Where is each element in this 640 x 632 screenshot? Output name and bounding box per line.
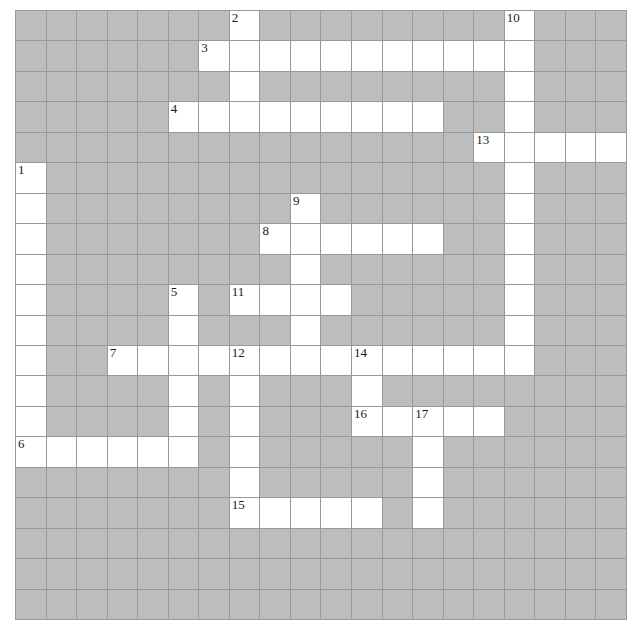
block-cell: [566, 41, 597, 71]
block-cell: [535, 316, 566, 346]
answer-cell[interactable]: [291, 346, 322, 376]
block-cell: [77, 102, 108, 132]
clue-number: 17: [415, 407, 428, 421]
block-cell: [16, 72, 47, 102]
answer-cell[interactable]: [505, 255, 536, 285]
answer-cell[interactable]: [321, 224, 352, 254]
block-cell: [566, 102, 597, 132]
answer-cell[interactable]: [291, 498, 322, 528]
answer-cell[interactable]: 13: [474, 133, 505, 163]
answer-cell[interactable]: [169, 376, 200, 406]
block-cell: [566, 590, 597, 620]
answer-cell[interactable]: [260, 498, 291, 528]
block-cell: [474, 437, 505, 467]
block-cell: [169, 468, 200, 498]
block-cell: [413, 559, 444, 589]
block-cell: [352, 11, 383, 41]
block-cell: [444, 163, 475, 193]
block-cell: [444, 133, 475, 163]
block-cell: [413, 133, 444, 163]
block-cell: [47, 376, 78, 406]
answer-cell[interactable]: [199, 346, 230, 376]
block-cell: [199, 163, 230, 193]
answer-cell[interactable]: [321, 498, 352, 528]
answer-cell[interactable]: [413, 346, 444, 376]
block-cell: [352, 72, 383, 102]
clue-number: 15: [232, 498, 245, 512]
block-cell: [535, 11, 566, 41]
block-cell: [138, 559, 169, 589]
block-cell: [383, 316, 414, 346]
block-cell: [413, 316, 444, 346]
answer-cell[interactable]: [199, 102, 230, 132]
block-cell: [199, 194, 230, 224]
block-cell: [535, 559, 566, 589]
answer-cell[interactable]: [444, 346, 475, 376]
answer-cell[interactable]: [47, 437, 78, 467]
block-cell: [383, 376, 414, 406]
block-cell: [16, 559, 47, 589]
answer-cell[interactable]: [321, 285, 352, 315]
block-cell: [260, 590, 291, 620]
answer-cell[interactable]: [413, 437, 444, 467]
block-cell: [566, 376, 597, 406]
block-cell: [260, 11, 291, 41]
block-cell: [566, 437, 597, 467]
answer-cell[interactable]: [321, 102, 352, 132]
block-cell: [169, 224, 200, 254]
block-cell: [444, 194, 475, 224]
answer-cell[interactable]: 17: [413, 407, 444, 437]
answer-cell[interactable]: [291, 224, 322, 254]
answer-cell[interactable]: [260, 346, 291, 376]
block-cell: [108, 376, 139, 406]
answer-cell[interactable]: [505, 194, 536, 224]
block-cell: [291, 468, 322, 498]
answer-cell[interactable]: [16, 407, 47, 437]
block-cell: [596, 316, 627, 346]
block-cell: [413, 285, 444, 315]
block-cell: [138, 255, 169, 285]
block-cell: [474, 72, 505, 102]
block-cell: [383, 194, 414, 224]
block-cell: [77, 376, 108, 406]
answer-cell[interactable]: [352, 41, 383, 71]
answer-cell[interactable]: [230, 407, 261, 437]
answer-cell[interactable]: [291, 255, 322, 285]
answer-cell[interactable]: [16, 224, 47, 254]
block-cell: [199, 72, 230, 102]
answer-cell[interactable]: [413, 102, 444, 132]
block-cell: [169, 194, 200, 224]
block-cell: [77, 498, 108, 528]
block-cell: [474, 224, 505, 254]
answer-cell[interactable]: [413, 224, 444, 254]
answer-cell[interactable]: [77, 437, 108, 467]
block-cell: [47, 72, 78, 102]
block-cell: [596, 11, 627, 41]
block-cell: [444, 590, 475, 620]
answer-cell[interactable]: 7: [108, 346, 139, 376]
answer-cell[interactable]: 15: [230, 498, 261, 528]
answer-cell[interactable]: 4: [169, 102, 200, 132]
answer-cell[interactable]: [260, 102, 291, 132]
block-cell: [169, 590, 200, 620]
block-cell: [535, 41, 566, 71]
clue-number: 12: [232, 346, 245, 360]
block-cell: [47, 559, 78, 589]
block-cell: [138, 102, 169, 132]
answer-cell[interactable]: [505, 316, 536, 346]
block-cell: [16, 11, 47, 41]
block-cell: [230, 316, 261, 346]
block-cell: [474, 468, 505, 498]
answer-cell[interactable]: [352, 102, 383, 132]
block-cell: [138, 224, 169, 254]
block-cell: [199, 133, 230, 163]
block-cell: [47, 316, 78, 346]
answer-cell[interactable]: [413, 468, 444, 498]
block-cell: [138, 194, 169, 224]
block-cell: [77, 194, 108, 224]
answer-cell[interactable]: 3: [199, 41, 230, 71]
block-cell: [566, 72, 597, 102]
answer-cell[interactable]: [16, 346, 47, 376]
block-cell: [291, 559, 322, 589]
block-cell: [138, 285, 169, 315]
block-cell: [474, 285, 505, 315]
block-cell: [230, 133, 261, 163]
block-cell: [474, 376, 505, 406]
block-cell: [260, 376, 291, 406]
block-cell: [47, 102, 78, 132]
answer-cell[interactable]: [138, 346, 169, 376]
answer-cell[interactable]: 6: [16, 437, 47, 467]
block-cell: [413, 376, 444, 406]
block-cell: [138, 468, 169, 498]
block-cell: [321, 376, 352, 406]
block-cell: [47, 407, 78, 437]
block-cell: [321, 163, 352, 193]
block-cell: [444, 285, 475, 315]
block-cell: [383, 437, 414, 467]
answer-cell[interactable]: [505, 133, 536, 163]
block-cell: [566, 316, 597, 346]
answer-cell[interactable]: [16, 255, 47, 285]
block-cell: [383, 529, 414, 559]
answer-cell[interactable]: [505, 163, 536, 193]
answer-cell[interactable]: [444, 41, 475, 71]
block-cell: [260, 529, 291, 559]
answer-cell[interactable]: [169, 346, 200, 376]
block-cell: [596, 376, 627, 406]
block-cell: [108, 102, 139, 132]
answer-cell[interactable]: 11: [230, 285, 261, 315]
answer-cell[interactable]: [230, 468, 261, 498]
block-cell: [596, 102, 627, 132]
block-cell: [535, 468, 566, 498]
block-cell: [108, 41, 139, 71]
block-cell: [352, 316, 383, 346]
answer-cell[interactable]: [230, 102, 261, 132]
answer-cell[interactable]: [352, 224, 383, 254]
block-cell: [444, 468, 475, 498]
block-cell: [47, 498, 78, 528]
block-cell: [566, 346, 597, 376]
answer-cell[interactable]: [260, 41, 291, 71]
answer-cell[interactable]: [444, 407, 475, 437]
block-cell: [291, 437, 322, 467]
clue-number: 8: [262, 224, 269, 238]
block-cell: [77, 11, 108, 41]
block-cell: [596, 255, 627, 285]
block-cell: [352, 468, 383, 498]
block-cell: [199, 437, 230, 467]
block-cell: [291, 590, 322, 620]
answer-cell[interactable]: [505, 346, 536, 376]
answer-cell[interactable]: [16, 316, 47, 346]
answer-cell[interactable]: [383, 346, 414, 376]
block-cell: [444, 102, 475, 132]
clue-number: 7: [110, 346, 117, 360]
answer-cell[interactable]: 14: [352, 346, 383, 376]
block-cell: [108, 11, 139, 41]
answer-cell[interactable]: 2: [230, 11, 261, 41]
block-cell: [169, 498, 200, 528]
block-cell: [444, 529, 475, 559]
answer-cell[interactable]: [16, 285, 47, 315]
block-cell: [291, 163, 322, 193]
answer-cell[interactable]: 12: [230, 346, 261, 376]
answer-cell[interactable]: 1: [16, 163, 47, 193]
block-cell: [291, 11, 322, 41]
answer-cell[interactable]: [505, 102, 536, 132]
block-cell: [596, 72, 627, 102]
answer-cell[interactable]: [383, 102, 414, 132]
block-cell: [138, 316, 169, 346]
block-cell: [47, 346, 78, 376]
block-cell: [566, 498, 597, 528]
answer-cell[interactable]: [230, 376, 261, 406]
block-cell: [352, 437, 383, 467]
block-cell: [16, 590, 47, 620]
answer-cell[interactable]: [291, 102, 322, 132]
answer-cell[interactable]: [291, 285, 322, 315]
block-cell: [47, 255, 78, 285]
clue-number: 1: [18, 163, 25, 177]
block-cell: [16, 529, 47, 559]
answer-cell[interactable]: [383, 41, 414, 71]
block-cell: [535, 437, 566, 467]
answer-cell[interactable]: [474, 407, 505, 437]
block-cell: [596, 559, 627, 589]
block-cell: [321, 316, 352, 346]
answer-cell[interactable]: [291, 316, 322, 346]
block-cell: [199, 224, 230, 254]
block-cell: [321, 72, 352, 102]
block-cell: [260, 407, 291, 437]
block-cell: [108, 163, 139, 193]
block-cell: [199, 255, 230, 285]
block-cell: [566, 529, 597, 559]
block-cell: [566, 255, 597, 285]
block-cell: [321, 590, 352, 620]
block-cell: [47, 11, 78, 41]
block-cell: [199, 529, 230, 559]
block-cell: [596, 346, 627, 376]
answer-cell[interactable]: [413, 41, 444, 71]
block-cell: [108, 498, 139, 528]
block-cell: [108, 529, 139, 559]
block-cell: [444, 11, 475, 41]
block-cell: [505, 498, 536, 528]
block-cell: [77, 316, 108, 346]
block-cell: [474, 163, 505, 193]
block-cell: [566, 407, 597, 437]
block-cell: [108, 133, 139, 163]
block-cell: [413, 11, 444, 41]
answer-cell[interactable]: [108, 437, 139, 467]
block-cell: [291, 72, 322, 102]
block-cell: [383, 133, 414, 163]
block-cell: [505, 407, 536, 437]
block-cell: [535, 255, 566, 285]
block-cell: [138, 498, 169, 528]
block-cell: [505, 468, 536, 498]
answer-cell[interactable]: 9: [291, 194, 322, 224]
block-cell: [199, 590, 230, 620]
answer-cell[interactable]: [291, 41, 322, 71]
block-cell: [474, 255, 505, 285]
block-cell: [169, 72, 200, 102]
block-cell: [230, 163, 261, 193]
block-cell: [108, 559, 139, 589]
block-cell: [444, 498, 475, 528]
block-cell: [291, 376, 322, 406]
block-cell: [535, 285, 566, 315]
answer-cell[interactable]: [16, 194, 47, 224]
answer-cell[interactable]: [321, 41, 352, 71]
block-cell: [566, 163, 597, 193]
answer-cell[interactable]: [505, 285, 536, 315]
block-cell: [199, 316, 230, 346]
block-cell: [352, 590, 383, 620]
answer-cell[interactable]: 8: [260, 224, 291, 254]
block-cell: [138, 41, 169, 71]
block-cell: [321, 11, 352, 41]
block-cell: [474, 559, 505, 589]
block-cell: [474, 194, 505, 224]
answer-cell[interactable]: [383, 407, 414, 437]
block-cell: [383, 498, 414, 528]
answer-cell[interactable]: [169, 437, 200, 467]
answer-cell[interactable]: 16: [352, 407, 383, 437]
block-cell: [47, 41, 78, 71]
answer-cell[interactable]: [413, 498, 444, 528]
answer-cell[interactable]: [352, 376, 383, 406]
block-cell: [444, 316, 475, 346]
answer-cell[interactable]: [505, 224, 536, 254]
block-cell: [596, 468, 627, 498]
block-cell: [535, 346, 566, 376]
block-cell: [260, 255, 291, 285]
block-cell: [169, 133, 200, 163]
block-cell: [474, 102, 505, 132]
block-cell: [474, 316, 505, 346]
block-cell: [230, 559, 261, 589]
answer-cell[interactable]: [138, 437, 169, 467]
clue-number: 2: [232, 11, 239, 25]
block-cell: [77, 41, 108, 71]
answer-cell[interactable]: [566, 133, 597, 163]
block-cell: [77, 224, 108, 254]
block-cell: [138, 11, 169, 41]
answer-cell[interactable]: [16, 376, 47, 406]
block-cell: [108, 468, 139, 498]
answer-cell[interactable]: [169, 316, 200, 346]
answer-cell[interactable]: [230, 72, 261, 102]
clue-number: 13: [476, 133, 489, 147]
block-cell: [474, 11, 505, 41]
block-cell: [352, 529, 383, 559]
block-cell: [77, 559, 108, 589]
clue-number: 14: [354, 346, 367, 360]
block-cell: [566, 11, 597, 41]
answer-cell[interactable]: [383, 224, 414, 254]
block-cell: [138, 72, 169, 102]
answer-cell[interactable]: [260, 285, 291, 315]
block-cell: [596, 224, 627, 254]
answer-cell[interactable]: 10: [505, 11, 536, 41]
block-cell: [260, 437, 291, 467]
clue-number: 6: [18, 437, 25, 451]
block-cell: [596, 529, 627, 559]
block-cell: [260, 468, 291, 498]
answer-cell[interactable]: [505, 41, 536, 71]
block-cell: [230, 590, 261, 620]
block-cell: [77, 133, 108, 163]
block-cell: [321, 133, 352, 163]
block-cell: [169, 11, 200, 41]
block-cell: [169, 529, 200, 559]
block-cell: [260, 194, 291, 224]
answer-cell[interactable]: 5: [169, 285, 200, 315]
answer-cell[interactable]: [474, 346, 505, 376]
answer-cell[interactable]: [352, 498, 383, 528]
answer-cell[interactable]: [596, 133, 627, 163]
block-cell: [413, 529, 444, 559]
answer-cell[interactable]: [230, 41, 261, 71]
block-cell: [505, 529, 536, 559]
block-cell: [444, 255, 475, 285]
answer-cell[interactable]: [230, 437, 261, 467]
block-cell: [352, 194, 383, 224]
answer-cell[interactable]: [505, 72, 536, 102]
block-cell: [230, 224, 261, 254]
block-cell: [47, 224, 78, 254]
block-cell: [383, 163, 414, 193]
answer-cell[interactable]: [535, 133, 566, 163]
answer-cell[interactable]: [169, 407, 200, 437]
block-cell: [321, 407, 352, 437]
answer-cell[interactable]: [321, 346, 352, 376]
crossword-grid: 2103413198511712141617615: [15, 10, 627, 620]
block-cell: [260, 163, 291, 193]
block-cell: [199, 468, 230, 498]
answer-cell[interactable]: [474, 41, 505, 71]
block-cell: [474, 590, 505, 620]
block-cell: [383, 11, 414, 41]
